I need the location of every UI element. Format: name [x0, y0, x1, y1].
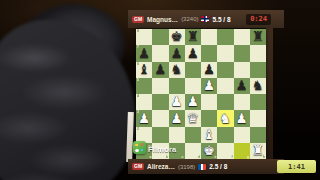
square-d4[interactable]: ♟ — [185, 94, 201, 110]
square-f4[interactable] — [217, 94, 233, 110]
square-a6[interactable]: 6♝ — [136, 62, 152, 78]
gm-badge-bottom: GM — [132, 163, 144, 170]
square-f8[interactable] — [217, 29, 233, 45]
square-h3[interactable] — [250, 110, 266, 126]
square-h2[interactable] — [250, 127, 266, 143]
square-e1[interactable]: e♚ — [201, 143, 217, 159]
rank-label-5: 5 — [137, 78, 139, 82]
black-pawn-e6[interactable]: ♟ — [201, 62, 217, 78]
square-b7[interactable] — [152, 45, 168, 61]
square-c6[interactable]: ♞ — [169, 62, 185, 78]
square-h1[interactable]: h♜ — [250, 143, 266, 159]
square-g3[interactable]: ♟ — [234, 110, 250, 126]
black-pawn-a7[interactable]: ♟ — [136, 45, 152, 61]
white-knight-f3[interactable]: ♞ — [217, 110, 233, 126]
black-pawn-c7[interactable]: ♟ — [169, 45, 185, 61]
square-d7[interactable]: ♟ — [185, 45, 201, 61]
white-bishop-e2[interactable]: ♝ — [201, 127, 217, 143]
match-score-top: 5.5 / 8 — [212, 16, 230, 23]
square-e7[interactable] — [201, 45, 217, 61]
square-a8[interactable]: 8 — [136, 29, 152, 45]
square-h7[interactable] — [250, 45, 266, 61]
square-b3[interactable] — [152, 110, 168, 126]
square-e4[interactable] — [201, 94, 217, 110]
square-g8[interactable] — [234, 29, 250, 45]
white-pawn-c4[interactable]: ♟ — [169, 94, 185, 110]
square-g2[interactable] — [234, 127, 250, 143]
square-g1[interactable]: g — [234, 143, 250, 159]
video-frame: GM Magnus… (3240) 5.5 / 8 0:24 8♚♜♜7♟♟♟6… — [0, 0, 320, 180]
white-rook-h1[interactable]: ♜ — [250, 143, 266, 159]
white-pawn-d4[interactable]: ♟ — [185, 94, 201, 110]
rank-label-8: 8 — [137, 29, 139, 33]
black-knight-c6[interactable]: ♞ — [169, 62, 185, 78]
square-a3[interactable]: 3♟ — [136, 110, 152, 126]
square-f1[interactable]: f — [217, 143, 233, 159]
clock-bottom: 1:41 — [277, 160, 316, 173]
square-a4[interactable]: 4 — [136, 94, 152, 110]
square-h4[interactable] — [250, 94, 266, 110]
square-c4[interactable]: ♟ — [169, 94, 185, 110]
watermark-text: Wondershare Filmora — [148, 141, 196, 154]
clock-top: 0:24 — [246, 14, 271, 25]
square-h8[interactable]: ♜ — [250, 29, 266, 45]
square-g7[interactable] — [234, 45, 250, 61]
player-name-bottom: Alireza… — [147, 163, 175, 170]
player-bar-bottom: GM Alireza… (3198) 2.5 / 8 — [128, 159, 284, 174]
norway-flag-icon — [201, 16, 209, 22]
france-flag-icon — [198, 164, 206, 170]
square-c5[interactable] — [169, 78, 185, 94]
square-b6[interactable]: ♟ — [152, 62, 168, 78]
square-f3[interactable]: ♞ — [217, 110, 233, 126]
black-bishop-a6[interactable]: ♝ — [136, 62, 152, 78]
square-c7[interactable]: ♟ — [169, 45, 185, 61]
rank-label-4: 4 — [137, 94, 139, 98]
square-f2[interactable] — [217, 127, 233, 143]
white-pawn-e5[interactable]: ♟ — [201, 78, 217, 94]
filmora-logo-icon — [133, 141, 146, 154]
player-rating-bottom: (3198) — [178, 164, 195, 170]
black-rook-h8[interactable]: ♜ — [250, 29, 266, 45]
black-pawn-g5[interactable]: ♟ — [234, 78, 250, 94]
match-score-bottom: 2.5 / 8 — [209, 163, 227, 170]
watermark-brand-small: Wondershare — [148, 146, 170, 150]
square-e3[interactable] — [201, 110, 217, 126]
board-right-edge — [266, 28, 273, 160]
square-f6[interactable] — [217, 62, 233, 78]
square-h5[interactable]: ♞ — [250, 78, 266, 94]
square-a5[interactable]: 5 — [136, 78, 152, 94]
player-name-top: Magnus… — [147, 16, 178, 23]
square-h6[interactable] — [250, 62, 266, 78]
square-f5[interactable] — [217, 78, 233, 94]
square-d8[interactable]: ♜ — [185, 29, 201, 45]
square-d6[interactable] — [185, 62, 201, 78]
black-rook-d8[interactable]: ♜ — [185, 29, 201, 45]
white-king-e1[interactable]: ♚ — [201, 143, 217, 159]
black-knight-h5[interactable]: ♞ — [250, 78, 266, 94]
player-rating-top: (3240) — [181, 16, 198, 22]
square-e2[interactable]: ♝ — [201, 127, 217, 143]
black-king-c8[interactable]: ♚ — [169, 29, 185, 45]
square-b8[interactable] — [152, 29, 168, 45]
rank-label-2: 2 — [137, 127, 139, 131]
square-c3[interactable]: ♟ — [169, 110, 185, 126]
white-pawn-c3[interactable]: ♟ — [169, 110, 185, 126]
square-b4[interactable] — [152, 94, 168, 110]
square-e5[interactable]: ♟ — [201, 78, 217, 94]
square-f7[interactable] — [217, 45, 233, 61]
square-e6[interactable]: ♟ — [201, 62, 217, 78]
white-queen-d3[interactable]: ♛ — [185, 110, 201, 126]
white-pawn-g3[interactable]: ♟ — [234, 110, 250, 126]
square-c8[interactable]: ♚ — [169, 29, 185, 45]
black-pawn-b6[interactable]: ♟ — [152, 62, 168, 78]
white-pawn-a3[interactable]: ♟ — [136, 110, 152, 126]
square-d5[interactable] — [185, 78, 201, 94]
square-d3[interactable]: ♛ — [185, 110, 201, 126]
player-bar-top: GM Magnus… (3240) 5.5 / 8 0:24 — [128, 10, 284, 28]
chess-board[interactable]: 8♚♜♜7♟♟♟6♝♟♞♟5♟♟♞4♟♟3♟♟♛♞♟2♝1abcde♚fgh♜ — [136, 29, 266, 159]
square-g5[interactable]: ♟ — [234, 78, 250, 94]
square-e8[interactable] — [201, 29, 217, 45]
square-b5[interactable] — [152, 78, 168, 94]
black-pawn-d7[interactable]: ♟ — [185, 45, 201, 61]
square-g4[interactable] — [234, 94, 250, 110]
filmora-watermark: Wondershare Filmora — [133, 141, 196, 154]
square-g6[interactable] — [234, 62, 250, 78]
gm-badge-top: GM — [132, 16, 144, 23]
square-a7[interactable]: 7♟ — [136, 45, 152, 61]
